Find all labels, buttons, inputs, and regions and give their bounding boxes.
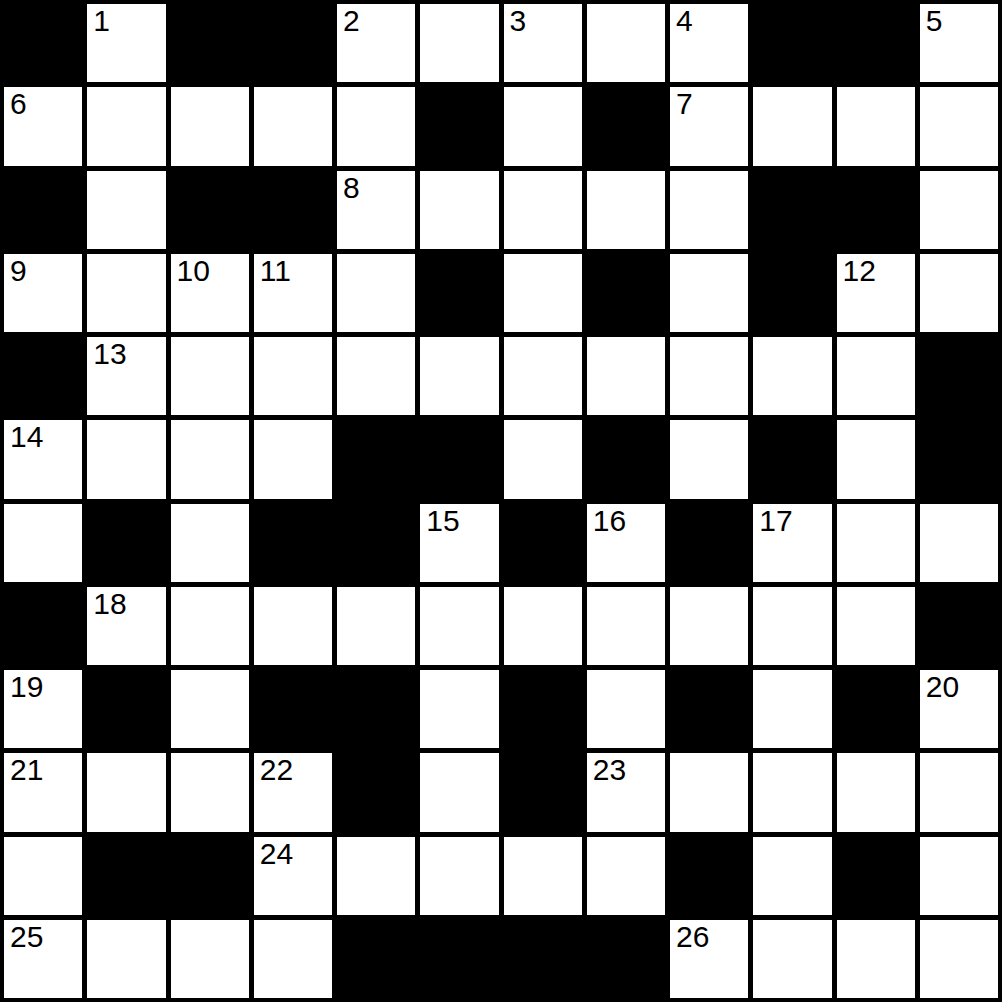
- grid-cell-r6c2[interactable]: [87, 420, 165, 498]
- block-cell-r6c10: [753, 420, 831, 498]
- block-cell-r7c4: [254, 504, 332, 582]
- grid-cell-r7c6[interactable]: 15: [420, 504, 498, 582]
- grid-cell-r2c12[interactable]: [920, 87, 998, 165]
- grid-cell-r4c12[interactable]: [920, 254, 998, 332]
- grid-cell-r4c1[interactable]: 9: [4, 254, 82, 332]
- block-cell-r8c1: [4, 587, 82, 665]
- grid-cell-r8c5[interactable]: [337, 587, 415, 665]
- grid-cell-r11c6[interactable]: [420, 837, 498, 915]
- grid-cell-r2c2[interactable]: [87, 87, 165, 165]
- grid-cell-r1c9[interactable]: 4: [670, 4, 748, 82]
- clue-number: 4: [676, 5, 693, 37]
- block-cell-r9c2: [87, 670, 165, 748]
- clue-number: 7: [676, 88, 693, 120]
- grid-cell-r10c6[interactable]: [420, 753, 498, 831]
- block-cell-r10c7: [504, 753, 582, 831]
- grid-cell-r7c10[interactable]: 17: [753, 504, 831, 582]
- grid-cell-r9c6[interactable]: [420, 670, 498, 748]
- grid-cell-r10c9[interactable]: [670, 753, 748, 831]
- grid-cell-r11c4[interactable]: 24: [254, 837, 332, 915]
- block-cell-r3c11: [837, 171, 915, 249]
- grid-cell-r2c3[interactable]: [171, 87, 249, 165]
- grid-cell-r3c12[interactable]: [920, 171, 998, 249]
- grid-cell-r4c9[interactable]: [670, 254, 748, 332]
- grid-cell-r9c1[interactable]: 19: [4, 670, 82, 748]
- grid-cell-r6c3[interactable]: [171, 420, 249, 498]
- grid-cell-r2c5[interactable]: [337, 87, 415, 165]
- block-cell-r3c4: [254, 171, 332, 249]
- grid-cell-r6c1[interactable]: 14: [4, 420, 82, 498]
- grid-cell-r8c6[interactable]: [420, 587, 498, 665]
- grid-cell-r5c3[interactable]: [171, 337, 249, 415]
- grid-cell-r11c12[interactable]: [920, 837, 998, 915]
- block-cell-r9c5: [337, 670, 415, 748]
- grid-cell-r3c5[interactable]: 8: [337, 171, 415, 249]
- grid-cell-r7c8[interactable]: 16: [587, 504, 665, 582]
- grid-cell-r12c3[interactable]: [171, 920, 249, 998]
- block-cell-r1c11: [837, 4, 915, 82]
- block-cell-r11c3: [171, 837, 249, 915]
- grid-cell-r12c11[interactable]: [837, 920, 915, 998]
- grid-cell-r8c9[interactable]: [670, 587, 748, 665]
- grid-cell-r5c2[interactable]: 13: [87, 337, 165, 415]
- grid-cell-r10c3[interactable]: [171, 753, 249, 831]
- block-cell-r10c5: [337, 753, 415, 831]
- grid-cell-r4c4[interactable]: 11: [254, 254, 332, 332]
- block-cell-r6c8: [587, 420, 665, 498]
- grid-cell-r5c7[interactable]: [504, 337, 582, 415]
- grid-cell-r5c9[interactable]: [670, 337, 748, 415]
- grid-cell-r7c1[interactable]: [4, 504, 82, 582]
- grid-cell-r5c8[interactable]: [587, 337, 665, 415]
- block-cell-r3c10: [753, 171, 831, 249]
- grid-cell-r1c8[interactable]: [587, 4, 665, 82]
- grid-cell-r1c5[interactable]: 2: [337, 4, 415, 82]
- grid-cell-r11c7[interactable]: [504, 837, 582, 915]
- clue-number: 20: [926, 671, 959, 703]
- grid-cell-r2c10[interactable]: [753, 87, 831, 165]
- grid-cell-r5c5[interactable]: [337, 337, 415, 415]
- grid-cell-r9c12[interactable]: 20: [920, 670, 998, 748]
- grid-cell-r11c8[interactable]: [587, 837, 665, 915]
- clue-number: 6: [10, 88, 27, 120]
- grid-cell-r8c7[interactable]: [504, 587, 582, 665]
- grid-cell-r12c1[interactable]: 25: [4, 920, 82, 998]
- grid-cell-r4c2[interactable]: [87, 254, 165, 332]
- block-cell-r1c4: [254, 4, 332, 82]
- grid-cell-r8c2[interactable]: 18: [87, 587, 165, 665]
- grid-cell-r6c11[interactable]: [837, 420, 915, 498]
- block-cell-r9c11: [837, 670, 915, 748]
- block-cell-r4c6: [420, 254, 498, 332]
- clue-number: 17: [759, 505, 792, 537]
- grid-cell-r10c1[interactable]: 21: [4, 753, 82, 831]
- grid-cell-r2c1[interactable]: 6: [4, 87, 82, 165]
- block-cell-r7c9: [670, 504, 748, 582]
- block-cell-r11c11: [837, 837, 915, 915]
- grid-cell-r5c11[interactable]: [837, 337, 915, 415]
- grid-cell-r2c11[interactable]: [837, 87, 915, 165]
- clue-number: 15: [426, 505, 459, 537]
- grid-cell-r10c11[interactable]: [837, 753, 915, 831]
- block-cell-r9c9: [670, 670, 748, 748]
- block-cell-r7c2: [87, 504, 165, 582]
- block-cell-r1c3: [171, 4, 249, 82]
- clue-number: 22: [260, 754, 293, 786]
- grid-cell-r3c7[interactable]: [504, 171, 582, 249]
- block-cell-r2c8: [587, 87, 665, 165]
- block-cell-r9c4: [254, 670, 332, 748]
- block-cell-r12c5: [337, 920, 415, 998]
- grid-cell-r12c2[interactable]: [87, 920, 165, 998]
- clue-number: 21: [10, 754, 43, 786]
- grid-cell-r1c6[interactable]: [420, 4, 498, 82]
- block-cell-r2c6: [420, 87, 498, 165]
- clue-number: 12: [843, 255, 876, 287]
- grid-cell-r7c12[interactable]: [920, 504, 998, 582]
- block-cell-r1c10: [753, 4, 831, 82]
- block-cell-r5c1: [4, 337, 82, 415]
- grid-cell-r7c11[interactable]: [837, 504, 915, 582]
- grid-cell-r12c12[interactable]: [920, 920, 998, 998]
- block-cell-r12c6: [420, 920, 498, 998]
- grid-cell-r3c2[interactable]: [87, 171, 165, 249]
- grid-cell-r9c10[interactable]: [753, 670, 831, 748]
- block-cell-r4c10: [753, 254, 831, 332]
- grid-cell-r6c9[interactable]: [670, 420, 748, 498]
- grid-cell-r4c7[interactable]: [504, 254, 582, 332]
- grid-cell-r5c6[interactable]: [420, 337, 498, 415]
- grid-cell-r11c10[interactable]: [753, 837, 831, 915]
- grid-cell-r9c8[interactable]: [587, 670, 665, 748]
- grid-cell-r8c11[interactable]: [837, 587, 915, 665]
- grid-cell-r2c9[interactable]: 7: [670, 87, 748, 165]
- grid-cell-r4c5[interactable]: [337, 254, 415, 332]
- clue-number: 24: [260, 838, 293, 870]
- grid-cell-r8c4[interactable]: [254, 587, 332, 665]
- block-cell-r9c7: [504, 670, 582, 748]
- grid-cell-r10c2[interactable]: [87, 753, 165, 831]
- block-cell-r11c2: [87, 837, 165, 915]
- grid-cell-r8c10[interactable]: [753, 587, 831, 665]
- block-cell-r5c12: [920, 337, 998, 415]
- grid-cell-r12c9[interactable]: 26: [670, 920, 748, 998]
- grid-cell-r4c3[interactable]: 10: [171, 254, 249, 332]
- block-cell-r1c1: [4, 4, 82, 82]
- grid-cell-r3c6[interactable]: [420, 171, 498, 249]
- clue-number: 16: [593, 505, 626, 537]
- clue-number: 9: [10, 255, 27, 287]
- grid-cell-r2c7[interactable]: [504, 87, 582, 165]
- block-cell-r7c5: [337, 504, 415, 582]
- block-cell-r6c5: [337, 420, 415, 498]
- grid-cell-r3c9[interactable]: [670, 171, 748, 249]
- clue-number: 2: [343, 5, 360, 37]
- grid-cell-r6c4[interactable]: [254, 420, 332, 498]
- grid-cell-r8c3[interactable]: [171, 587, 249, 665]
- block-cell-r7c7: [504, 504, 582, 582]
- grid-cell-r7c3[interactable]: [171, 504, 249, 582]
- block-cell-r6c6: [420, 420, 498, 498]
- grid-cell-r4c11[interactable]: 12: [837, 254, 915, 332]
- grid-cell-r2c4[interactable]: [254, 87, 332, 165]
- grid-cell-r9c3[interactable]: [171, 670, 249, 748]
- grid-cell-r12c10[interactable]: [753, 920, 831, 998]
- clue-number: 11: [260, 255, 291, 287]
- grid-cell-r11c1[interactable]: [4, 837, 82, 915]
- block-cell-r8c12: [920, 587, 998, 665]
- clue-number: 25: [10, 921, 43, 953]
- grid-cell-r10c12[interactable]: [920, 753, 998, 831]
- block-cell-r4c8: [587, 254, 665, 332]
- grid-cell-r12c4[interactable]: [254, 920, 332, 998]
- clue-number: 3: [510, 5, 527, 37]
- clue-number: 19: [10, 671, 43, 703]
- clue-number: 1: [93, 5, 110, 37]
- block-cell-r12c8: [587, 920, 665, 998]
- grid-cell-r8c8[interactable]: [587, 587, 665, 665]
- clue-number: 8: [343, 172, 360, 204]
- clue-number: 26: [676, 921, 709, 953]
- clue-number: 14: [10, 421, 43, 453]
- block-cell-r11c9: [670, 837, 748, 915]
- grid-cell-r10c8[interactable]: 23: [587, 753, 665, 831]
- grid-cell-r1c12[interactable]: 5: [920, 4, 998, 82]
- clue-number: 18: [93, 588, 126, 620]
- grid-cell-r5c10[interactable]: [753, 337, 831, 415]
- grid-cell-r6c7[interactable]: [504, 420, 582, 498]
- block-cell-r6c12: [920, 420, 998, 498]
- block-cell-r12c7: [504, 920, 582, 998]
- clue-number: 23: [593, 754, 626, 786]
- block-cell-r3c1: [4, 171, 82, 249]
- grid-cell-r11c5[interactable]: [337, 837, 415, 915]
- grid-cell-r1c2[interactable]: 1: [87, 4, 165, 82]
- grid-cell-r10c10[interactable]: [753, 753, 831, 831]
- clue-number: 5: [926, 5, 943, 37]
- clue-number: 13: [93, 338, 126, 370]
- grid-cell-r5c4[interactable]: [254, 337, 332, 415]
- grid-cell-r3c8[interactable]: [587, 171, 665, 249]
- clue-number: 10: [177, 255, 210, 287]
- grid-cell-r10c4[interactable]: 22: [254, 753, 332, 831]
- block-cell-r3c3: [171, 171, 249, 249]
- crossword-board: 1234567891011121314151617181920212223242…: [0, 0, 1002, 1002]
- grid-cell-r1c7[interactable]: 3: [504, 4, 582, 82]
